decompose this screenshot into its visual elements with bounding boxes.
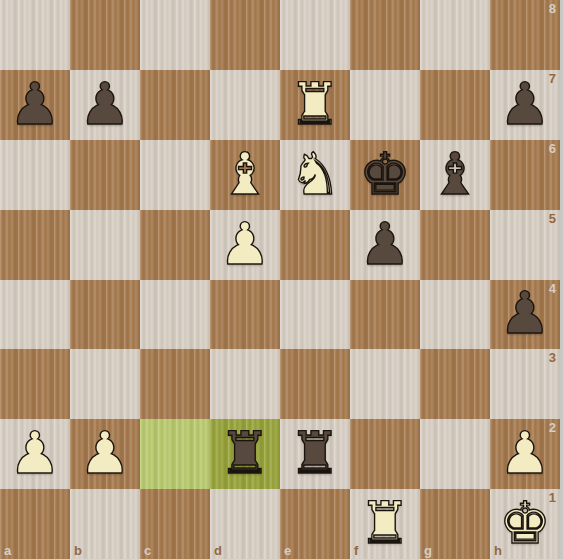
square-g2[interactable] bbox=[420, 419, 490, 489]
square-f3[interactable] bbox=[350, 349, 420, 419]
square-h1[interactable]: ♚1h bbox=[490, 489, 560, 559]
square-a3[interactable] bbox=[0, 349, 70, 419]
square-a5[interactable] bbox=[0, 210, 70, 280]
square-c2[interactable] bbox=[140, 419, 210, 489]
square-g1[interactable]: g bbox=[420, 489, 490, 559]
square-h4[interactable]: ♟4 bbox=[490, 280, 560, 350]
square-b4[interactable] bbox=[70, 280, 140, 350]
black-king-piece[interactable]: ♚ bbox=[350, 140, 420, 209]
square-d7[interactable] bbox=[210, 70, 280, 140]
white-pawn-piece[interactable]: ♟ bbox=[490, 419, 560, 488]
coord-rank-8: 8 bbox=[549, 1, 556, 16]
square-b5[interactable] bbox=[70, 210, 140, 280]
square-h3[interactable]: 3 bbox=[490, 349, 560, 419]
square-g4[interactable] bbox=[420, 280, 490, 350]
square-f5[interactable]: ♟ bbox=[350, 210, 420, 280]
coord-file-e: e bbox=[284, 543, 291, 558]
square-c6[interactable] bbox=[140, 140, 210, 210]
square-a2[interactable]: ♟ bbox=[0, 419, 70, 489]
chess-board: 8♟♟♜♟7♝♞♚♝6♟♟5♟43♟♟♜♜♟2abcde♜fg♚1h bbox=[0, 0, 560, 559]
square-h2[interactable]: ♟2 bbox=[490, 419, 560, 489]
square-c7[interactable] bbox=[140, 70, 210, 140]
square-g5[interactable] bbox=[420, 210, 490, 280]
black-pawn-piece[interactable]: ♟ bbox=[350, 210, 420, 279]
square-b6[interactable] bbox=[70, 140, 140, 210]
coord-file-b: b bbox=[74, 543, 82, 558]
square-b7[interactable]: ♟ bbox=[70, 70, 140, 140]
square-e2[interactable]: ♜ bbox=[280, 419, 350, 489]
white-pawn-piece[interactable]: ♟ bbox=[0, 419, 70, 488]
white-king-piece[interactable]: ♚ bbox=[490, 489, 560, 558]
square-f7[interactable] bbox=[350, 70, 420, 140]
black-pawn-piece[interactable]: ♟ bbox=[70, 70, 140, 139]
square-a7[interactable]: ♟ bbox=[0, 70, 70, 140]
black-rook-piece[interactable]: ♜ bbox=[280, 419, 350, 488]
square-g3[interactable] bbox=[420, 349, 490, 419]
square-d8[interactable] bbox=[210, 0, 280, 70]
black-rook-piece[interactable]: ♜ bbox=[210, 419, 280, 488]
square-e4[interactable] bbox=[280, 280, 350, 350]
square-d3[interactable] bbox=[210, 349, 280, 419]
square-e5[interactable] bbox=[280, 210, 350, 280]
square-c3[interactable] bbox=[140, 349, 210, 419]
chess-board-screenshot: 8♟♟♜♟7♝♞♚♝6♟♟5♟43♟♟♜♜♟2abcde♜fg♚1h bbox=[0, 0, 563, 559]
coord-file-c: c bbox=[144, 543, 151, 558]
square-h6[interactable]: 6 bbox=[490, 140, 560, 210]
square-d2[interactable]: ♜ bbox=[210, 419, 280, 489]
white-rook-piece[interactable]: ♜ bbox=[280, 70, 350, 139]
square-e8[interactable] bbox=[280, 0, 350, 70]
square-f6[interactable]: ♚ bbox=[350, 140, 420, 210]
square-h7[interactable]: ♟7 bbox=[490, 70, 560, 140]
square-e1[interactable]: e bbox=[280, 489, 350, 559]
coord-file-a: a bbox=[4, 543, 11, 558]
white-rook-piece[interactable]: ♜ bbox=[350, 489, 420, 558]
square-e7[interactable]: ♜ bbox=[280, 70, 350, 140]
square-e6[interactable]: ♞ bbox=[280, 140, 350, 210]
square-c5[interactable] bbox=[140, 210, 210, 280]
square-b2[interactable]: ♟ bbox=[70, 419, 140, 489]
square-b1[interactable]: b bbox=[70, 489, 140, 559]
square-d5[interactable]: ♟ bbox=[210, 210, 280, 280]
black-pawn-piece[interactable]: ♟ bbox=[490, 280, 560, 349]
square-a4[interactable] bbox=[0, 280, 70, 350]
white-knight-piece[interactable]: ♞ bbox=[280, 140, 350, 209]
white-bishop-piece[interactable]: ♝ bbox=[210, 140, 280, 209]
square-d4[interactable] bbox=[210, 280, 280, 350]
coord-rank-5: 5 bbox=[549, 211, 556, 226]
black-bishop-piece[interactable]: ♝ bbox=[420, 140, 490, 209]
square-f4[interactable] bbox=[350, 280, 420, 350]
white-pawn-piece[interactable]: ♟ bbox=[70, 419, 140, 488]
black-pawn-piece[interactable]: ♟ bbox=[0, 70, 70, 139]
square-g7[interactable] bbox=[420, 70, 490, 140]
square-h5[interactable]: 5 bbox=[490, 210, 560, 280]
square-d1[interactable]: d bbox=[210, 489, 280, 559]
white-pawn-piece[interactable]: ♟ bbox=[210, 210, 280, 279]
square-f8[interactable] bbox=[350, 0, 420, 70]
square-b8[interactable] bbox=[70, 0, 140, 70]
square-a8[interactable] bbox=[0, 0, 70, 70]
square-d6[interactable]: ♝ bbox=[210, 140, 280, 210]
square-c4[interactable] bbox=[140, 280, 210, 350]
square-b3[interactable] bbox=[70, 349, 140, 419]
coord-rank-3: 3 bbox=[549, 350, 556, 365]
square-f1[interactable]: ♜f bbox=[350, 489, 420, 559]
square-c8[interactable] bbox=[140, 0, 210, 70]
coord-file-g: g bbox=[424, 543, 432, 558]
square-c1[interactable]: c bbox=[140, 489, 210, 559]
square-a1[interactable]: a bbox=[0, 489, 70, 559]
square-g8[interactable] bbox=[420, 0, 490, 70]
square-a6[interactable] bbox=[0, 140, 70, 210]
square-e3[interactable] bbox=[280, 349, 350, 419]
black-pawn-piece[interactable]: ♟ bbox=[490, 70, 560, 139]
square-f2[interactable] bbox=[350, 419, 420, 489]
coord-rank-6: 6 bbox=[549, 141, 556, 156]
coord-file-d: d bbox=[214, 543, 222, 558]
square-h8[interactable]: 8 bbox=[490, 0, 560, 70]
square-g6[interactable]: ♝ bbox=[420, 140, 490, 210]
